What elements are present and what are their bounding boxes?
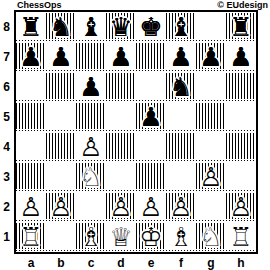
rank-label-6: 6 [0,72,13,102]
chessops-window: ChessOps © EUdesign 87654321 ♜♞♝♛♚♝♜♟♟♟♟… [0,0,270,270]
square-g7[interactable]: ♟ [196,42,226,72]
square-g8[interactable] [196,12,226,42]
square-g5[interactable] [196,102,226,132]
piece-black-knight[interactable]: ♞ [46,12,76,42]
square-c3[interactable]: ♘ [76,162,106,192]
square-f6[interactable]: ♞ [166,72,196,102]
piece-white-pawn[interactable]: ♙ [226,192,256,222]
piece-black-pawn[interactable]: ♟ [106,42,136,72]
square-a7[interactable]: ♟ [16,42,46,72]
square-a1[interactable]: ♖ [16,222,46,252]
square-h4[interactable] [226,132,256,162]
piece-black-pawn[interactable]: ♟ [46,42,76,72]
square-e1[interactable]: ♔ [136,222,166,252]
piece-white-rook[interactable]: ♖ [16,222,46,252]
file-label-a: a [16,256,46,270]
square-d5[interactable] [106,102,136,132]
piece-black-pawn[interactable]: ♟ [76,72,106,102]
square-e7[interactable] [136,42,166,72]
square-a3[interactable] [16,162,46,192]
square-f8[interactable]: ♝ [166,12,196,42]
piece-white-pawn[interactable]: ♙ [196,162,226,192]
piece-white-pawn[interactable]: ♙ [76,132,106,162]
piece-black-pawn[interactable]: ♟ [166,42,196,72]
piece-white-rook[interactable]: ♖ [226,222,256,252]
square-e4[interactable] [136,132,166,162]
piece-white-knight[interactable]: ♘ [76,162,106,192]
square-a6[interactable] [16,72,46,102]
square-c2[interactable] [76,192,106,222]
rank-label-8: 8 [0,12,13,42]
square-d7[interactable]: ♟ [106,42,136,72]
piece-white-bishop[interactable]: ♗ [166,222,196,252]
file-label-c: c [76,256,106,270]
file-label-d: d [106,256,136,270]
square-h7[interactable]: ♟ [226,42,256,72]
square-e8[interactable]: ♚ [136,12,166,42]
rank-label-3: 3 [0,162,13,192]
piece-black-queen[interactable]: ♛ [106,12,136,42]
piece-black-rook[interactable]: ♜ [16,12,46,42]
square-g3[interactable]: ♙ [196,162,226,192]
square-e2[interactable]: ♙ [136,192,166,222]
file-label-b: b [46,256,76,270]
piece-white-knight[interactable]: ♘ [196,222,226,252]
piece-black-pawn[interactable]: ♟ [16,42,46,72]
piece-black-king[interactable]: ♚ [136,12,166,42]
piece-white-pawn[interactable]: ♙ [166,192,196,222]
square-h1[interactable]: ♖ [226,222,256,252]
square-b7[interactable]: ♟ [46,42,76,72]
square-a5[interactable] [16,102,46,132]
square-d2[interactable]: ♙ [106,192,136,222]
square-g4[interactable] [196,132,226,162]
chess-board: ♜♞♝♛♚♝♜♟♟♟♟♟♟♟♞♟♙♘♙♙♙♙♙♙♙♖♗♕♔♗♘♖ [14,10,258,254]
piece-black-knight[interactable]: ♞ [166,72,196,102]
piece-white-pawn[interactable]: ♙ [16,192,46,222]
piece-white-king[interactable]: ♔ [136,222,166,252]
square-g6[interactable] [196,72,226,102]
square-f7[interactable]: ♟ [166,42,196,72]
rank-label-5: 5 [0,102,13,132]
rank-labels: 87654321 [0,12,14,252]
square-e5[interactable]: ♟ [136,102,166,132]
rank-label-1: 1 [0,222,13,252]
square-d6[interactable] [106,72,136,102]
piece-white-pawn[interactable]: ♙ [136,192,166,222]
piece-black-bishop[interactable]: ♝ [166,12,196,42]
square-a4[interactable] [16,132,46,162]
square-a2[interactable]: ♙ [16,192,46,222]
square-c4[interactable]: ♙ [76,132,106,162]
piece-white-queen[interactable]: ♕ [106,222,136,252]
square-d3[interactable] [106,162,136,192]
square-d1[interactable]: ♕ [106,222,136,252]
square-f3[interactable] [166,162,196,192]
square-e3[interactable] [136,162,166,192]
square-b1[interactable] [46,222,76,252]
rank-label-4: 4 [0,132,13,162]
file-label-f: f [166,256,196,270]
square-f5[interactable] [166,102,196,132]
square-h3[interactable] [226,162,256,192]
piece-black-pawn[interactable]: ♟ [196,42,226,72]
square-c5[interactable] [76,102,106,132]
square-h2[interactable]: ♙ [226,192,256,222]
square-f1[interactable]: ♗ [166,222,196,252]
square-c8[interactable]: ♝ [76,12,106,42]
square-b4[interactable] [46,132,76,162]
square-b5[interactable] [46,102,76,132]
piece-black-pawn[interactable]: ♟ [226,42,256,72]
square-c1[interactable]: ♗ [76,222,106,252]
square-h5[interactable] [226,102,256,132]
square-e6[interactable] [136,72,166,102]
square-b6[interactable] [46,72,76,102]
file-label-h: h [226,256,256,270]
piece-black-rook[interactable]: ♜ [226,12,256,42]
piece-black-bishop[interactable]: ♝ [76,12,106,42]
square-h8[interactable]: ♜ [226,12,256,42]
piece-black-pawn[interactable]: ♟ [136,102,166,132]
square-f2[interactable]: ♙ [166,192,196,222]
square-c6[interactable]: ♟ [76,72,106,102]
square-c7[interactable] [76,42,106,72]
file-label-g: g [196,256,226,270]
square-a8[interactable]: ♜ [16,12,46,42]
square-f4[interactable] [166,132,196,162]
piece-white-pawn[interactable]: ♙ [46,192,76,222]
piece-white-bishop[interactable]: ♗ [76,222,106,252]
piece-white-pawn[interactable]: ♙ [106,192,136,222]
square-b8[interactable]: ♞ [46,12,76,42]
rank-label-2: 2 [0,192,13,222]
square-b3[interactable] [46,162,76,192]
square-d4[interactable] [106,132,136,162]
rank-label-7: 7 [0,42,13,72]
square-h6[interactable] [226,72,256,102]
credit-text: © EUdesign [217,0,268,10]
file-label-e: e [136,256,166,270]
square-d8[interactable]: ♛ [106,12,136,42]
file-labels: abcdefgh [16,256,256,270]
square-g1[interactable]: ♘ [196,222,226,252]
square-b2[interactable]: ♙ [46,192,76,222]
square-g2[interactable] [196,192,226,222]
